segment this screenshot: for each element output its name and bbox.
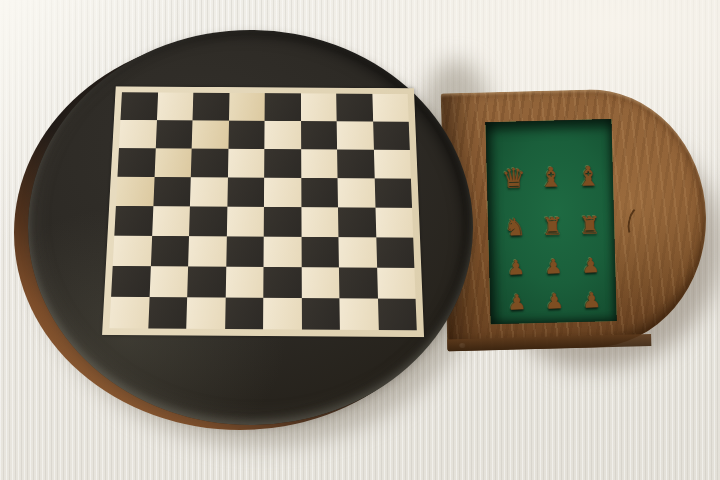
- queen-piece: ♛: [494, 133, 533, 192]
- rook-piece: ♜: [533, 190, 572, 238]
- pawn-piece: ♟: [498, 277, 536, 316]
- pawn-piece: ♟: [535, 276, 573, 315]
- rook-piece: ♜: [570, 189, 609, 237]
- photo-stage: ♛♝♝♞♜♜♟♟♟♟♟♟: [0, 0, 720, 480]
- piece-drawer: ♛♝♝♞♜♜♟♟♟♟♟♟: [441, 87, 710, 352]
- pawn-piece: ♟: [571, 237, 609, 276]
- felt-tray: ♛♝♝♞♜♜♟♟♟♟♟♟: [485, 119, 616, 324]
- knight-piece: ♞: [495, 191, 534, 239]
- pawn-piece: ♟: [534, 238, 572, 277]
- round-board-lid: [28, 30, 473, 425]
- wood-grain-mark: [625, 205, 647, 239]
- bishop-piece: ♝: [568, 131, 607, 190]
- pawn-piece: ♟: [497, 239, 535, 278]
- pawn-piece: ♟: [572, 275, 610, 314]
- bishop-piece: ♝: [531, 132, 570, 191]
- pivot-screw: [459, 343, 465, 348]
- piece-tray-grid: ♛♝♝♞♜♜♟♟♟♟♟♟: [485, 119, 616, 324]
